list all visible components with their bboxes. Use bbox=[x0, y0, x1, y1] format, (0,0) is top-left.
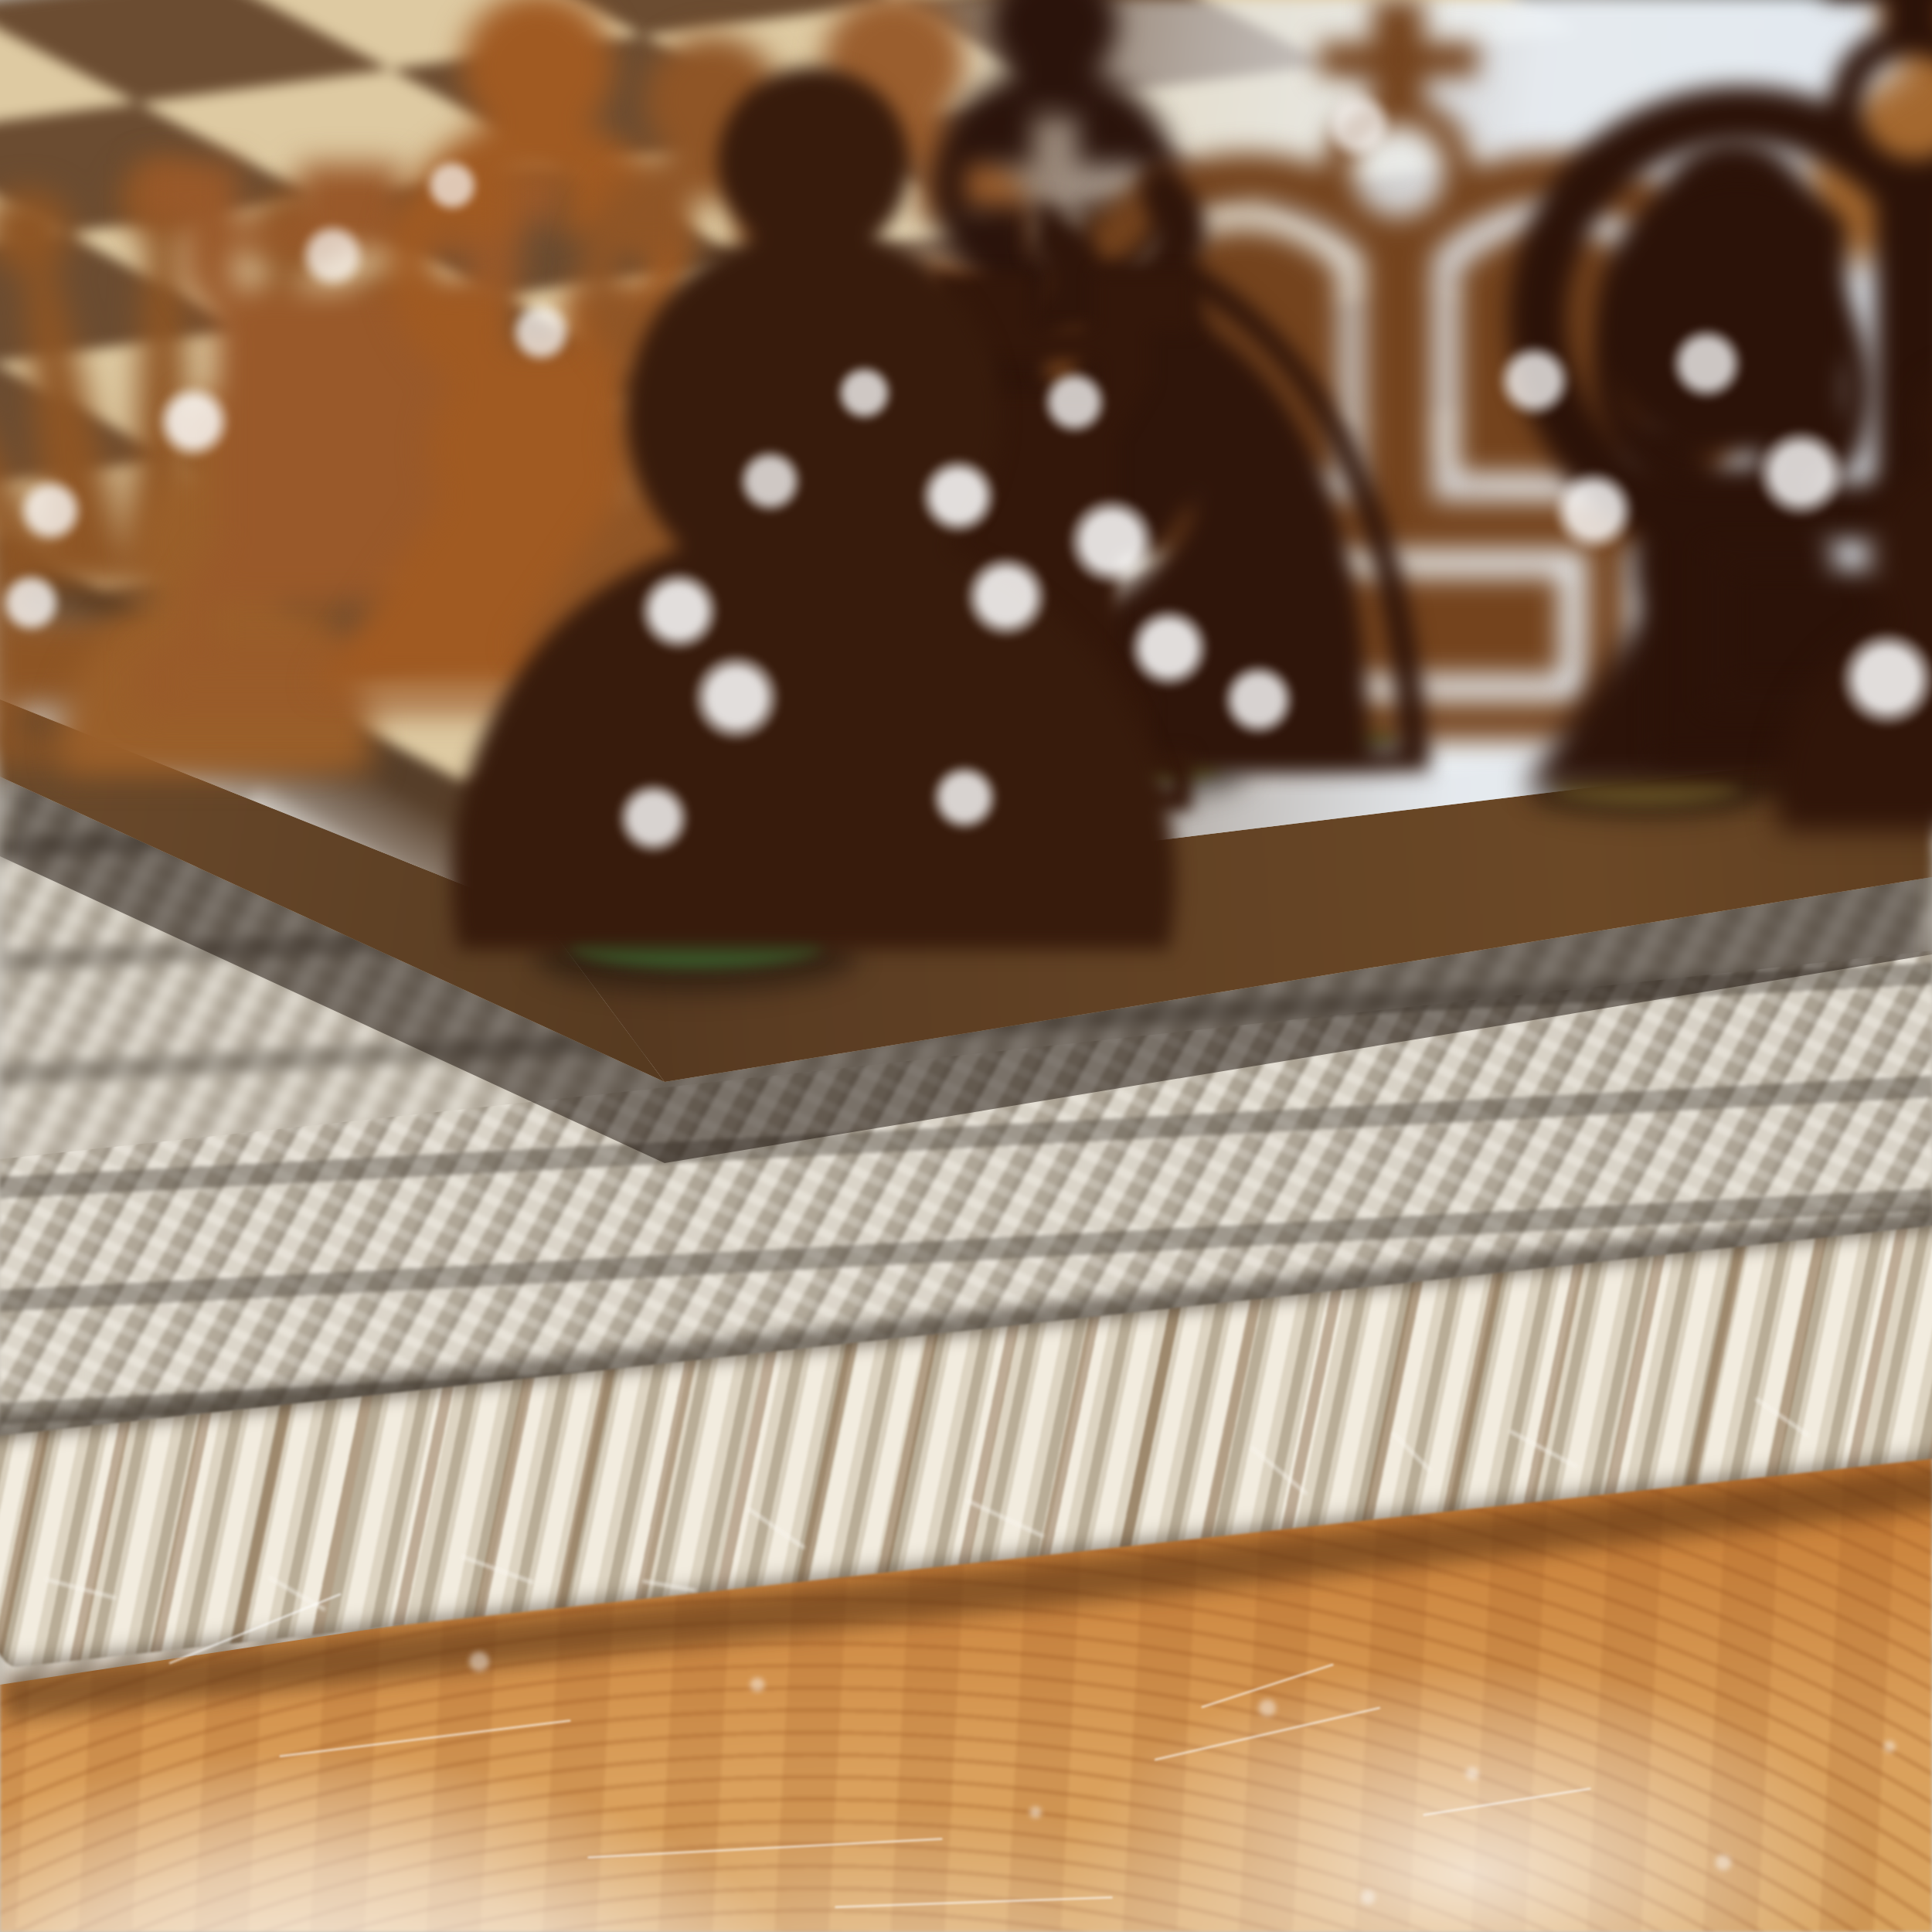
bokeh-highlight bbox=[692, 653, 781, 742]
bokeh-highlight bbox=[18, 478, 83, 543]
bokeh-highlight bbox=[1839, 631, 1932, 727]
dust-fleck bbox=[468, 1650, 491, 1673]
bokeh-highlight bbox=[300, 223, 366, 288]
dust-fleck bbox=[1714, 1853, 1733, 1872]
dust-fleck bbox=[1883, 1740, 1896, 1753]
bokeh-highlight bbox=[1498, 344, 1571, 417]
bokeh-highlight bbox=[1128, 607, 1209, 689]
dust-fleck bbox=[1257, 1698, 1277, 1718]
bokeh-highlight bbox=[1553, 470, 1634, 551]
bokeh-highlight bbox=[1067, 497, 1156, 586]
bokeh-highlight bbox=[1670, 327, 1743, 400]
bokeh-highlight bbox=[835, 364, 893, 422]
bokeh-highlight bbox=[1222, 663, 1295, 736]
bokeh-highlight bbox=[638, 570, 719, 651]
bokeh-highlight bbox=[964, 555, 1048, 638]
dust-fleck bbox=[749, 1676, 766, 1693]
bokeh-highlight bbox=[1325, 91, 1393, 159]
dust-fleck bbox=[1029, 1805, 1043, 1819]
bokeh-highlight bbox=[1042, 369, 1107, 435]
bokeh-highlight bbox=[157, 385, 230, 458]
bokeh-highlight bbox=[425, 158, 479, 213]
photo-scene: ♛♟♜♝♝♝♟♝♟♚♝♚♟♞♜♟ bbox=[0, 0, 1932, 1932]
bokeh-highlight bbox=[930, 764, 998, 832]
bokeh-highlight bbox=[0, 572, 62, 634]
bokeh-highlight bbox=[510, 301, 572, 363]
bokeh-highlight bbox=[737, 448, 803, 514]
bokeh-highlight bbox=[1757, 429, 1845, 518]
dust-fleck bbox=[1464, 1766, 1480, 1781]
bokeh-highlight bbox=[617, 781, 690, 855]
dust-fleck bbox=[1359, 1889, 1376, 1906]
bokeh-highlight bbox=[920, 457, 997, 535]
